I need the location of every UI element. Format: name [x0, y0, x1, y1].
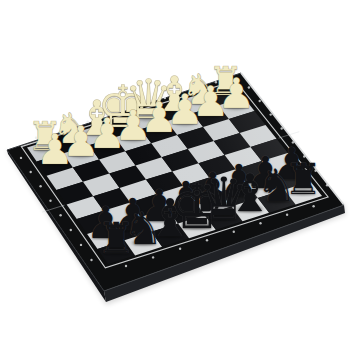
coordinate-mark-far-6 — [164, 97, 166, 99]
coordinate-mark-near-3 — [179, 248, 181, 250]
coordinate-mark-far-1 — [35, 137, 37, 139]
coordinate-mark-right-6 — [303, 155, 305, 157]
coordinate-mark-left-7 — [80, 244, 82, 246]
coordinate-mark-near-4 — [206, 239, 208, 241]
coordinate-mark-left-4 — [49, 200, 51, 202]
coordinate-mark-left-3 — [39, 185, 41, 187]
coordinate-mark-far-3 — [87, 121, 89, 123]
coordinate-mark-left-5 — [59, 214, 61, 216]
coordinate-mark-right-1 — [248, 86, 250, 88]
coordinate-mark-near-8 — [312, 205, 314, 207]
coordinate-mark-far-8 — [215, 81, 217, 83]
chess-set-product-photo: ♜♞♝♚♛♝♞♜♟♟♟♟♟♟♟♟♟♟♟♟♟♟♟♟♜♞♝♚♛♝♞♜ — [0, 0, 360, 360]
coordinate-mark-far-2 — [61, 129, 63, 131]
coordinate-mark-right-3 — [270, 113, 272, 115]
coordinate-mark-near-7 — [286, 214, 288, 216]
coordinate-mark-right-8 — [326, 184, 328, 186]
coordinate-mark-left-8 — [90, 259, 92, 261]
coordinate-mark-far-5 — [138, 105, 140, 107]
chess-board — [0, 0, 360, 360]
coordinate-mark-left-6 — [70, 229, 72, 231]
coordinate-mark-left-1 — [20, 157, 22, 159]
coordinate-mark-near-6 — [259, 222, 261, 224]
coordinate-mark-right-7 — [314, 170, 316, 172]
coordinate-mark-near-1 — [125, 265, 127, 267]
coordinate-mark-right-2 — [259, 100, 261, 102]
coordinate-mark-right-5 — [292, 141, 294, 143]
coordinate-mark-right-4 — [281, 127, 283, 129]
coordinate-mark-left-2 — [30, 171, 32, 173]
coordinate-mark-near-2 — [152, 256, 154, 258]
coordinate-mark-far-4 — [112, 113, 114, 115]
coordinate-mark-far-7 — [189, 89, 191, 91]
coordinate-mark-near-5 — [233, 231, 235, 233]
